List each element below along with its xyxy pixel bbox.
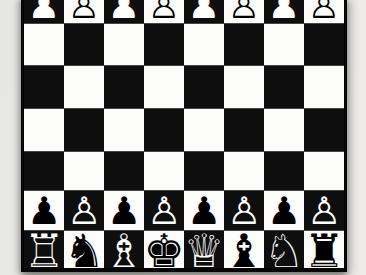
piece-white-pawn-icon: ♟	[188, 0, 220, 24]
square-f5	[224, 66, 264, 108]
square-h4	[304, 109, 344, 151]
square-h1: ♜	[304, 231, 344, 268]
square-b1: ♞	[64, 231, 104, 268]
square-f7: ♙	[224, 0, 264, 23]
piece-white-pawn-icon: ♟	[268, 0, 300, 24]
square-h5	[304, 66, 344, 108]
piece-black-pawn-icon: ♙	[68, 0, 100, 24]
square-d6	[144, 24, 184, 65]
piece-white-queen-icon: ♕	[183, 228, 224, 274]
square-f1: ♝	[224, 231, 264, 268]
square-b3	[64, 152, 104, 190]
square-a4	[24, 109, 64, 151]
square-e4	[184, 109, 224, 151]
square-g7: ♟	[264, 0, 304, 23]
square-e6	[184, 24, 224, 65]
board-rank-4	[24, 108, 344, 151]
square-c5	[104, 66, 144, 108]
square-g3	[264, 152, 304, 190]
square-b5	[64, 66, 104, 108]
square-a1: ♖	[24, 231, 64, 268]
square-h3	[304, 152, 344, 190]
piece-black-bishop-icon: ♝	[223, 228, 264, 274]
board-rank-6	[24, 23, 344, 65]
square-e5	[184, 66, 224, 108]
piece-black-pawn-icon: ♙	[228, 0, 260, 24]
square-c3	[104, 152, 144, 190]
square-d1: ♚	[144, 231, 184, 268]
square-a6	[24, 24, 64, 65]
square-b4	[64, 109, 104, 151]
square-a5	[24, 66, 64, 108]
square-f6	[224, 24, 264, 65]
square-d7: ♙	[144, 0, 184, 23]
square-c6	[104, 24, 144, 65]
square-c7: ♟	[104, 0, 144, 23]
chess-board-print: ♟♙♟♙♟♙♟♙♟♙♟♙♟♙♟♙♖♞♗♚♕♝♘♜	[21, 0, 347, 272]
square-c1: ♗	[104, 231, 144, 268]
square-a3	[24, 152, 64, 190]
square-f4	[224, 109, 264, 151]
square-a7: ♟	[24, 0, 64, 23]
board-rank-1: ♖♞♗♚♕♝♘♜	[24, 230, 344, 268]
piece-white-bishop-icon: ♗	[103, 228, 144, 274]
square-g1: ♘	[264, 231, 304, 268]
piece-black-king-icon: ♚	[143, 228, 184, 274]
square-d5	[144, 66, 184, 108]
square-e1: ♕	[184, 231, 224, 268]
square-c4	[104, 109, 144, 151]
square-e3	[184, 152, 224, 190]
piece-white-pawn-icon: ♟	[28, 0, 60, 24]
board-rank-5	[24, 65, 344, 108]
square-g4	[264, 109, 304, 151]
piece-black-rook-icon: ♜	[303, 228, 344, 274]
square-f3	[224, 152, 264, 190]
piece-white-knight-icon: ♘	[263, 228, 304, 274]
square-d4	[144, 109, 184, 151]
board-rank-3	[24, 151, 344, 190]
square-g5	[264, 66, 304, 108]
square-e7: ♟	[184, 0, 224, 23]
chess-board: ♟♙♟♙♟♙♟♙♟♙♟♙♟♙♟♙♖♞♗♚♕♝♘♜	[24, 0, 344, 268]
piece-black-pawn-icon: ♙	[308, 0, 340, 24]
square-h6	[304, 24, 344, 65]
piece-black-pawn-icon: ♙	[148, 0, 180, 24]
piece-white-pawn-icon: ♟	[108, 0, 140, 24]
square-b6	[64, 24, 104, 65]
square-g6	[264, 24, 304, 65]
board-rank-7: ♟♙♟♙♟♙♟♙	[24, 0, 344, 23]
square-d3	[144, 152, 184, 190]
square-h7: ♙	[304, 0, 344, 23]
piece-white-rook-icon: ♖	[23, 228, 64, 274]
square-b7: ♙	[64, 0, 104, 23]
product-photo-background: ♟♙♟♙♟♙♟♙♟♙♟♙♟♙♟♙♖♞♗♚♕♝♘♜	[0, 0, 366, 275]
piece-black-knight-icon: ♞	[63, 228, 104, 274]
